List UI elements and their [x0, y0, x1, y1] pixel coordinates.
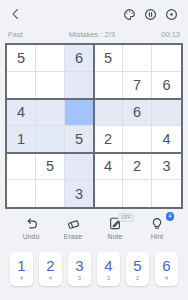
numpad-digit: 5 [133, 258, 141, 273]
cell-r2c2[interactable] [36, 72, 65, 99]
numpad-remaining-count: 4 [20, 275, 23, 281]
toolbar: Undo Erase OFF Note 4 Hint [0, 209, 188, 240]
cell-r2c1[interactable] [7, 72, 36, 99]
note-label: Note [108, 233, 123, 240]
cell-r6c4[interactable] [94, 180, 123, 207]
erase-label: Erase [64, 233, 82, 240]
sudoku-grid: 5657646152454233 [5, 43, 183, 209]
cell-r3c4[interactable] [94, 99, 123, 126]
numpad-button-1[interactable]: 14 [10, 252, 33, 286]
top-bar-actions [122, 7, 179, 22]
cell-r6c3[interactable]: 3 [65, 180, 94, 207]
cell-r1c4[interactable]: 5 [94, 45, 123, 72]
difficulty-label: Fast [8, 30, 23, 39]
cell-r3c3[interactable] [65, 99, 94, 126]
eraser-icon [66, 216, 81, 231]
numpad-digit: 6 [162, 258, 170, 273]
cell-r3c5[interactable]: 6 [123, 99, 152, 126]
cell-r3c6[interactable] [152, 99, 181, 126]
back-button[interactable] [9, 7, 23, 21]
undo-icon [24, 216, 39, 231]
cell-r1c2[interactable] [36, 45, 65, 72]
chevron-left-icon [9, 7, 23, 21]
theme-button[interactable] [122, 7, 137, 22]
numpad-remaining-count: 3 [78, 275, 81, 281]
numpad-remaining-count: 4 [49, 275, 52, 281]
box-separator-horizontal-2 [7, 152, 181, 154]
numpad-remaining-count: 3 [107, 275, 110, 281]
cell-r1c1[interactable]: 5 [7, 45, 36, 72]
cell-r5c4[interactable]: 4 [94, 153, 123, 180]
cell-r4c1[interactable]: 1 [7, 126, 36, 153]
numpad-digit: 1 [17, 258, 25, 273]
number-pad: 142433435264 [0, 252, 188, 286]
pause-button[interactable] [143, 7, 158, 22]
cell-r2c5[interactable]: 7 [123, 72, 152, 99]
cell-r2c3[interactable] [65, 72, 94, 99]
cell-r2c4[interactable] [94, 72, 123, 99]
cell-r6c1[interactable] [7, 180, 36, 207]
cell-r5c2[interactable]: 5 [36, 153, 65, 180]
cell-r4c6[interactable]: 4 [152, 126, 181, 153]
cell-r2c6[interactable]: 6 [152, 72, 181, 99]
numpad-digit: 2 [46, 258, 54, 273]
cell-r1c5[interactable] [123, 45, 152, 72]
cell-r4c5[interactable] [123, 126, 152, 153]
numpad-button-4[interactable]: 43 [97, 252, 120, 286]
cell-r6c6[interactable] [152, 180, 181, 207]
hint-button[interactable]: 4 Hint [142, 216, 172, 240]
cell-r3c2[interactable] [36, 99, 65, 126]
target-button[interactable] [164, 7, 179, 22]
hint-label: Hint [151, 233, 163, 240]
cell-r4c3[interactable]: 5 [65, 126, 94, 153]
box-separator-horizontal-1 [7, 98, 181, 100]
note-button[interactable]: OFF Note [100, 216, 130, 240]
cell-r4c4[interactable]: 2 [94, 126, 123, 153]
palette-icon [123, 8, 136, 21]
cell-r1c3[interactable]: 6 [65, 45, 94, 72]
cell-r5c6[interactable]: 3 [152, 153, 181, 180]
cell-r5c3[interactable] [65, 153, 94, 180]
cell-r4c2[interactable] [36, 126, 65, 153]
numpad-digit: 3 [75, 258, 83, 273]
undo-button[interactable]: Undo [16, 216, 46, 240]
undo-label: Undo [23, 233, 40, 240]
target-icon [165, 8, 178, 21]
lightbulb-icon [150, 216, 165, 231]
numpad-button-5[interactable]: 52 [126, 252, 149, 286]
numpad-digit: 4 [104, 258, 112, 273]
cell-r6c2[interactable] [36, 180, 65, 207]
pause-icon [144, 8, 157, 21]
cell-r5c1[interactable] [7, 153, 36, 180]
numpad-remaining-count: 4 [165, 275, 168, 281]
hint-count-badge: 4 [166, 212, 175, 221]
numpad-remaining-count: 2 [136, 275, 139, 281]
top-bar [0, 0, 188, 28]
cell-r3c1[interactable]: 4 [7, 99, 36, 126]
timer: 00:13 [161, 30, 180, 39]
box-separator-vertical [93, 45, 95, 207]
numpad-button-3[interactable]: 33 [68, 252, 91, 286]
note-off-badge: OFF [118, 213, 134, 222]
erase-button[interactable]: Erase [58, 216, 88, 240]
mistakes-counter: Mistakes : 2/3 [69, 30, 115, 39]
cell-r5c5[interactable]: 2 [123, 153, 152, 180]
cell-r1c6[interactable] [152, 45, 181, 72]
numpad-button-2[interactable]: 24 [39, 252, 62, 286]
cell-r6c5[interactable] [123, 180, 152, 207]
numpad-button-6[interactable]: 64 [155, 252, 178, 286]
status-bar: Fast Mistakes : 2/3 00:13 [0, 28, 188, 43]
